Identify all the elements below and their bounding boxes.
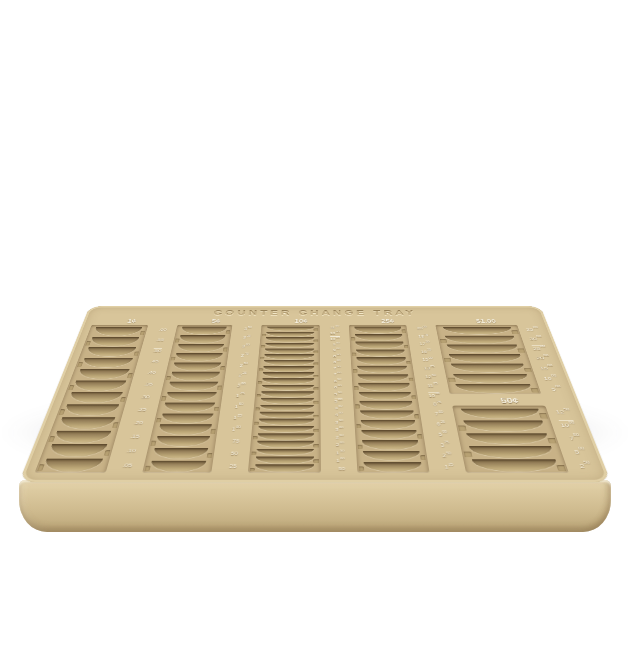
value-label: 250: [564, 458, 596, 473]
value-label: 500: [559, 444, 590, 458]
coin-pocket: [145, 459, 210, 472]
value-label: 150: [320, 449, 346, 457]
value-label: .30: [126, 390, 153, 402]
value-label: 500: [538, 383, 566, 394]
coin-pocket: [69, 379, 130, 391]
coin-pocket: [357, 419, 421, 429]
value-label: .10: [110, 443, 140, 458]
coin-pocket: [154, 423, 215, 435]
value-label: 150: [220, 401, 246, 412]
coin-columns: 1¢.60.55.50.45.40.35.30.25.20.15.10.055¢…: [34, 318, 595, 473]
column-header: 5¢: [177, 318, 254, 325]
coin-pocket: [38, 457, 107, 472]
column-body: 1100105010009509008508007507006506005505…: [248, 325, 348, 473]
value-label: 750: [420, 409, 446, 419]
coin-pocket: [255, 418, 318, 425]
value-label: .35: [129, 378, 156, 390]
coin-pocket: [450, 382, 538, 393]
coin-pocket: [257, 397, 318, 404]
value-label: 375: [425, 440, 453, 451]
coin-pocket: [82, 346, 140, 357]
coin-pocket: [151, 434, 214, 446]
coin-pocket: [167, 371, 224, 381]
coin-pocket: [357, 429, 422, 439]
coin-pocket: [359, 449, 426, 460]
value-label: 450: [320, 404, 344, 411]
value-label: 200: [320, 441, 346, 449]
value-label: 1500: [412, 356, 436, 364]
coin-pocket: [440, 334, 521, 343]
coin-pocket: [159, 401, 218, 412]
coin-pocket: [78, 356, 137, 367]
value-label: 250: [320, 433, 346, 441]
column-recess: [248, 325, 321, 473]
value-label: .20: [118, 416, 146, 429]
value-label: 750: [554, 431, 584, 444]
coin-pocket: [162, 390, 220, 400]
value-label: 300: [228, 342, 251, 351]
coin-pocket: [354, 373, 413, 382]
value-label: 100: [216, 423, 243, 435]
column-body: 12501000750500250: [453, 406, 596, 473]
value-label: 500: [423, 429, 450, 439]
denomination-column: 10¢1100105010009509008508007507006506005…: [248, 318, 348, 473]
coin-counting-tray: COUNTER CHANGE TRAY 1¢.60.55.50.45.40.35…: [19, 176, 611, 532]
value-label: 325: [230, 333, 253, 342]
coin-column-section: 10¢1100105010009509008508007507006506005…: [248, 318, 348, 473]
value-label: 1250: [545, 406, 574, 418]
column-header: 10¢: [261, 318, 340, 325]
column-header: $1.00: [434, 318, 538, 325]
value-label: 1125: [416, 381, 441, 390]
coin-pocket: [352, 341, 408, 349]
value-label: 175: [221, 390, 246, 401]
coin-pocket: [358, 439, 423, 450]
coin-pocket: [254, 425, 317, 432]
value-label: 50: [320, 465, 347, 473]
value-label: 350: [231, 325, 253, 334]
coin-pocket: [255, 411, 317, 418]
value-label: 3000: [520, 334, 545, 343]
coin-pocket: [251, 455, 317, 463]
coin-pocket: [256, 404, 317, 411]
value-label: 1500: [530, 363, 557, 373]
value-label: 1750: [409, 340, 432, 348]
value-label: 350: [320, 418, 345, 425]
pocket-stack: [251, 326, 318, 472]
value-label: 3500: [517, 325, 542, 334]
coin-column-section: 50¢12501000750500250: [451, 396, 596, 473]
tray-front-face: [19, 480, 611, 532]
coin-pocket: [171, 352, 226, 361]
value-label: 2000: [527, 353, 553, 363]
coin-pocket: [461, 431, 556, 444]
coin-pocket: [354, 382, 414, 391]
value-label: 100: [320, 457, 346, 465]
value-label: 300: [320, 426, 345, 433]
value-label: .50: [139, 345, 164, 356]
value-label: 1625: [410, 348, 434, 356]
value-label: 550: [320, 390, 344, 397]
value-label: 2500: [523, 343, 549, 353]
column-header: 25¢: [348, 318, 428, 325]
coin-pocket: [173, 343, 227, 352]
coin-pocket: [253, 440, 318, 448]
coin-pocket: [169, 361, 225, 371]
value-label: 400: [320, 411, 345, 418]
coin-pocket: [252, 447, 317, 455]
value-label: .45: [136, 356, 162, 367]
coin-pocket: [148, 446, 212, 458]
coin-pocket: [351, 333, 406, 341]
coin-pocket: [54, 415, 119, 428]
value-label: 275: [227, 351, 251, 360]
coin-pocket: [356, 409, 419, 419]
value-label: 1000: [417, 390, 442, 399]
coin-pocket: [458, 419, 551, 431]
value-label: .60: [145, 325, 169, 335]
coin-pocket: [59, 403, 123, 416]
value-label: 500: [320, 397, 344, 404]
coin-pocket: [353, 356, 411, 364]
coin-pocket: [251, 463, 318, 471]
coin-pocket: [64, 390, 126, 402]
value-label: 2000: [407, 325, 430, 332]
value-label: 25: [211, 460, 239, 473]
coin-pocket: [164, 380, 221, 390]
coin-pocket: [446, 362, 531, 372]
coin-pocket: [463, 444, 560, 457]
tray-top-perspective: COUNTER CHANGE TRAY 1¢.60.55.50.45.40.35…: [19, 306, 611, 482]
column-header: 50¢: [451, 396, 570, 406]
value-label: .55: [142, 335, 167, 345]
value-label: .25: [122, 403, 150, 416]
coin-pocket: [177, 326, 229, 334]
column-header: 1¢: [92, 318, 171, 325]
coin-pocket: [73, 367, 133, 378]
coin-pocket: [438, 326, 518, 335]
value-label: 225: [224, 370, 248, 380]
column-body: 350030002500200015001000500: [436, 325, 565, 395]
coin-pocket: [444, 353, 528, 363]
value-label: 625: [422, 419, 449, 429]
coin-pocket: [157, 412, 217, 423]
value-label: 1375: [413, 364, 437, 373]
coin-pocket: [442, 343, 524, 352]
coin-pocket: [86, 336, 143, 346]
value-label: 200: [223, 380, 248, 390]
value-label: 1250: [414, 373, 439, 382]
coin-pocket: [175, 334, 228, 343]
coin-pocket: [49, 429, 115, 443]
coin-pocket: [254, 432, 318, 440]
value-label: .15: [114, 429, 143, 443]
value-label: 1875: [408, 332, 431, 340]
value-label: 125: [428, 462, 456, 473]
coin-pocket: [448, 372, 535, 382]
coin-pocket: [359, 460, 427, 471]
value-label: 875: [418, 400, 444, 410]
value-label: 125: [218, 412, 244, 423]
value-label: 1000: [550, 418, 580, 431]
value-label-strip: 1100105010009509008508007507006506005505…: [319, 325, 347, 473]
value-label: 250: [226, 361, 250, 371]
coin-pocket: [353, 365, 411, 373]
coin-pocket: [44, 442, 112, 456]
tray-top-surface: COUNTER CHANGE TRAY 1¢.60.55.50.45.40.35…: [19, 306, 611, 482]
value-label: .05: [105, 458, 135, 473]
value-label: .40: [133, 367, 159, 379]
tray-title: COUNTER CHANGE TRAY: [94, 308, 535, 318]
coin-pocket: [466, 458, 565, 472]
coin-column-section: $1.00350030002500200015001000500: [434, 318, 565, 394]
coin-pocket: [90, 326, 146, 336]
product-photo: COUNTER CHANGE TRAY 1¢.60.55.50.45.40.35…: [0, 0, 630, 660]
value-label: 50: [213, 447, 241, 460]
coin-pocket: [356, 400, 418, 409]
value-label: 250: [426, 450, 454, 461]
coin-pocket: [355, 390, 416, 399]
coin-pocket: [455, 407, 547, 419]
value-label: 1000: [534, 373, 561, 384]
value-label: 75: [215, 435, 242, 447]
coin-pocket: [351, 326, 406, 333]
coin-pocket: [352, 348, 409, 356]
denomination-column-split: $1.0035003000250020001500100050050¢12501…: [434, 318, 595, 473]
